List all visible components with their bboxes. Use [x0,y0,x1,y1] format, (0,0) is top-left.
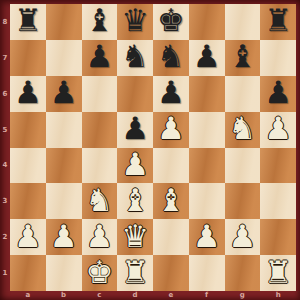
square-c4[interactable] [82,148,118,184]
file-label-g: g [225,291,261,300]
square-g8[interactable] [225,4,261,40]
square-f4[interactable] [189,148,225,184]
square-g5[interactable]: ♞ [225,112,261,148]
piece-white-pawn-d4[interactable]: ♟ [121,149,149,180]
square-h6[interactable]: ♟ [260,76,296,112]
square-a5[interactable] [10,112,46,148]
file-label-b: b [46,291,82,300]
rank-label-8: 8 [0,4,10,40]
piece-white-king-c1[interactable]: ♚ [85,257,113,288]
square-a8[interactable]: ♜ [10,4,46,40]
square-e1[interactable] [153,255,189,291]
piece-black-rook-h8[interactable]: ♜ [264,5,292,36]
piece-black-bishop-c8[interactable]: ♝ [85,5,113,36]
file-label-e: e [153,291,189,300]
square-a1[interactable] [10,255,46,291]
square-d7[interactable]: ♞ [117,40,153,76]
rank-label-2: 2 [0,219,10,255]
square-b2[interactable]: ♟ [46,219,82,255]
square-d3[interactable]: ♝ [117,183,153,219]
file-labels: abcdefgh [10,291,296,300]
piece-white-bishop-d3[interactable]: ♝ [121,185,149,216]
square-d6[interactable] [117,76,153,112]
piece-black-queen-d8[interactable]: ♛ [121,5,149,36]
chess-board: ♜♝♛♚♜♟♞♞♟♝♟♟♟♟♟♟♞♟♟♞♝♝♟♟♟♛♟♟♚♜♜ [10,4,296,291]
piece-white-pawn-f2[interactable]: ♟ [193,221,221,252]
square-a7[interactable] [10,40,46,76]
square-e8[interactable]: ♚ [153,4,189,40]
square-f1[interactable] [189,255,225,291]
chess-board-diagram: ♜♝♛♚♜♟♞♞♟♝♟♟♟♟♟♟♞♟♟♞♝♝♟♟♟♛♟♟♚♜♜ 87654321… [0,0,300,300]
piece-black-pawn-d5[interactable]: ♟ [121,113,149,144]
square-f8[interactable] [189,4,225,40]
square-e6[interactable]: ♟ [153,76,189,112]
square-f5[interactable] [189,112,225,148]
square-f6[interactable] [189,76,225,112]
square-c3[interactable]: ♞ [82,183,118,219]
piece-black-rook-a8[interactable]: ♜ [14,5,42,36]
square-b5[interactable] [46,112,82,148]
square-a4[interactable] [10,148,46,184]
rank-label-3: 3 [0,183,10,219]
square-g3[interactable] [225,183,261,219]
square-c6[interactable] [82,76,118,112]
piece-white-pawn-h5[interactable]: ♟ [264,113,292,144]
piece-black-pawn-b6[interactable]: ♟ [50,77,78,108]
square-e4[interactable] [153,148,189,184]
piece-white-bishop-e3[interactable]: ♝ [157,185,185,216]
square-b4[interactable] [46,148,82,184]
square-c8[interactable]: ♝ [82,4,118,40]
rank-label-1: 1 [0,255,10,291]
square-g1[interactable] [225,255,261,291]
file-label-d: d [117,291,153,300]
square-h2[interactable] [260,219,296,255]
square-e7[interactable]: ♞ [153,40,189,76]
square-b6[interactable]: ♟ [46,76,82,112]
square-c2[interactable]: ♟ [82,219,118,255]
square-d4[interactable]: ♟ [117,148,153,184]
piece-white-rook-d1[interactable]: ♜ [121,257,149,288]
piece-black-knight-d7[interactable]: ♞ [121,41,149,72]
piece-white-pawn-c2[interactable]: ♟ [85,221,113,252]
square-h4[interactable] [260,148,296,184]
file-label-c: c [82,291,118,300]
piece-black-bishop-g7[interactable]: ♝ [228,41,256,72]
square-h3[interactable] [260,183,296,219]
square-f3[interactable] [189,183,225,219]
square-c7[interactable]: ♟ [82,40,118,76]
square-e3[interactable]: ♝ [153,183,189,219]
square-b3[interactable] [46,183,82,219]
piece-white-rook-h1[interactable]: ♜ [264,257,292,288]
piece-black-pawn-f7[interactable]: ♟ [193,41,221,72]
piece-white-pawn-e5[interactable]: ♟ [157,113,185,144]
square-c1[interactable]: ♚ [82,255,118,291]
square-g4[interactable] [225,148,261,184]
square-b8[interactable] [46,4,82,40]
piece-white-pawn-b2[interactable]: ♟ [50,221,78,252]
piece-black-pawn-h6[interactable]: ♟ [264,77,292,108]
square-e2[interactable] [153,219,189,255]
piece-black-knight-e7[interactable]: ♞ [157,41,185,72]
rank-label-5: 5 [0,112,10,148]
square-f7[interactable]: ♟ [189,40,225,76]
piece-white-knight-c3[interactable]: ♞ [85,185,113,216]
rank-label-6: 6 [0,76,10,112]
square-b7[interactable] [46,40,82,76]
file-label-h: h [260,291,296,300]
piece-white-pawn-g2[interactable]: ♟ [228,221,256,252]
square-d8[interactable]: ♛ [117,4,153,40]
square-h8[interactable]: ♜ [260,4,296,40]
square-a6[interactable]: ♟ [10,76,46,112]
piece-black-pawn-c7[interactable]: ♟ [85,41,113,72]
rank-labels: 87654321 [0,4,10,291]
square-d5[interactable]: ♟ [117,112,153,148]
rank-label-4: 4 [0,148,10,184]
file-label-f: f [189,291,225,300]
square-c5[interactable] [82,112,118,148]
square-g6[interactable] [225,76,261,112]
square-d1[interactable]: ♜ [117,255,153,291]
square-b1[interactable] [46,255,82,291]
square-d2[interactable]: ♛ [117,219,153,255]
piece-black-pawn-a6[interactable]: ♟ [14,77,42,108]
piece-white-knight-g5[interactable]: ♞ [228,113,256,144]
file-label-a: a [10,291,46,300]
square-a2[interactable]: ♟ [10,219,46,255]
piece-black-king-e8[interactable]: ♚ [157,5,185,36]
square-g7[interactable]: ♝ [225,40,261,76]
piece-black-pawn-e6[interactable]: ♟ [157,77,185,108]
piece-white-queen-d2[interactable]: ♛ [121,221,149,252]
square-a3[interactable] [10,183,46,219]
square-e5[interactable]: ♟ [153,112,189,148]
square-h5[interactable]: ♟ [260,112,296,148]
square-h1[interactable]: ♜ [260,255,296,291]
rank-label-7: 7 [0,40,10,76]
square-f2[interactable]: ♟ [189,219,225,255]
piece-white-pawn-a2[interactable]: ♟ [14,221,42,252]
square-g2[interactable]: ♟ [225,219,261,255]
square-h7[interactable] [260,40,296,76]
